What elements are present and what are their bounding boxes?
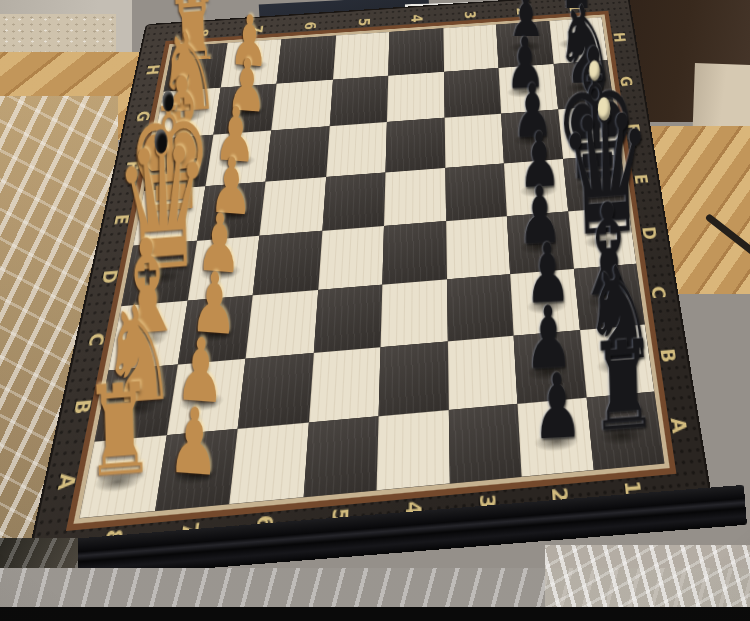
coord-label-top-3: 3 xyxy=(454,0,485,37)
coord-label-top-7: 7 xyxy=(238,8,273,52)
coord-label-top-6: 6 xyxy=(293,4,326,48)
square-c6[interactable] xyxy=(246,290,318,359)
coord-label-top-5: 5 xyxy=(347,1,379,44)
chessboard: 87654321 87654321 HGFEDCBA HGFEDCBA ♜♞♝♛… xyxy=(27,0,710,568)
square-d3[interactable] xyxy=(446,216,510,279)
chess-photo: 87654321 87654321 HGFEDCBA HGFEDCBA ♜♞♝♛… xyxy=(0,0,750,621)
coord-label-top-4: 4 xyxy=(401,0,431,41)
black-pawn-glyph: ♟ xyxy=(531,360,583,452)
black-rook-glyph: ♜ xyxy=(588,324,659,450)
square-e5[interactable] xyxy=(322,172,386,231)
square-e4[interactable] xyxy=(384,168,446,226)
square-a5[interactable] xyxy=(303,416,379,498)
square-g6[interactable] xyxy=(271,79,332,130)
square-g4[interactable] xyxy=(387,71,444,122)
square-g3[interactable] xyxy=(444,68,502,118)
coord-label-right-h: H xyxy=(591,24,648,51)
square-b4[interactable] xyxy=(379,342,449,416)
square-d4[interactable] xyxy=(382,221,446,284)
coord-label-top-2: 2 xyxy=(506,0,538,33)
square-f3[interactable] xyxy=(444,114,504,168)
royal-finial xyxy=(598,97,611,121)
playing-area: ♜♞♝♛♚♝♞♜♟♟♟♟♟♟♟♟♟♟♟♟♟♟♟♟♜♞♝♛♚♝♞♜ xyxy=(79,17,664,518)
coord-label-top-1: 1 xyxy=(557,0,591,29)
coord-label-left-h: H xyxy=(122,56,183,85)
square-e6[interactable] xyxy=(259,177,325,236)
square-d6[interactable] xyxy=(253,231,322,295)
shadow-bottom-strip xyxy=(0,607,750,621)
square-a6[interactable] xyxy=(229,422,308,504)
square-f6[interactable] xyxy=(266,126,330,181)
square-a4[interactable] xyxy=(377,410,450,491)
white-rook-glyph: ♜ xyxy=(84,367,157,497)
square-a3[interactable] xyxy=(448,403,521,483)
square-c4[interactable] xyxy=(381,279,448,347)
square-c3[interactable] xyxy=(446,274,513,342)
royal-finial xyxy=(154,129,168,153)
square-f4[interactable] xyxy=(386,118,445,172)
square-f5[interactable] xyxy=(326,122,387,177)
square-c5[interactable] xyxy=(313,284,382,353)
square-d5[interactable] xyxy=(318,226,384,290)
square-b6[interactable] xyxy=(238,353,314,428)
square-b3[interactable] xyxy=(447,336,517,410)
square-g5[interactable] xyxy=(329,75,388,126)
square-e3[interactable] xyxy=(445,163,507,221)
square-b5[interactable] xyxy=(308,347,380,422)
white-pawn-glyph: ♟ xyxy=(168,394,221,489)
